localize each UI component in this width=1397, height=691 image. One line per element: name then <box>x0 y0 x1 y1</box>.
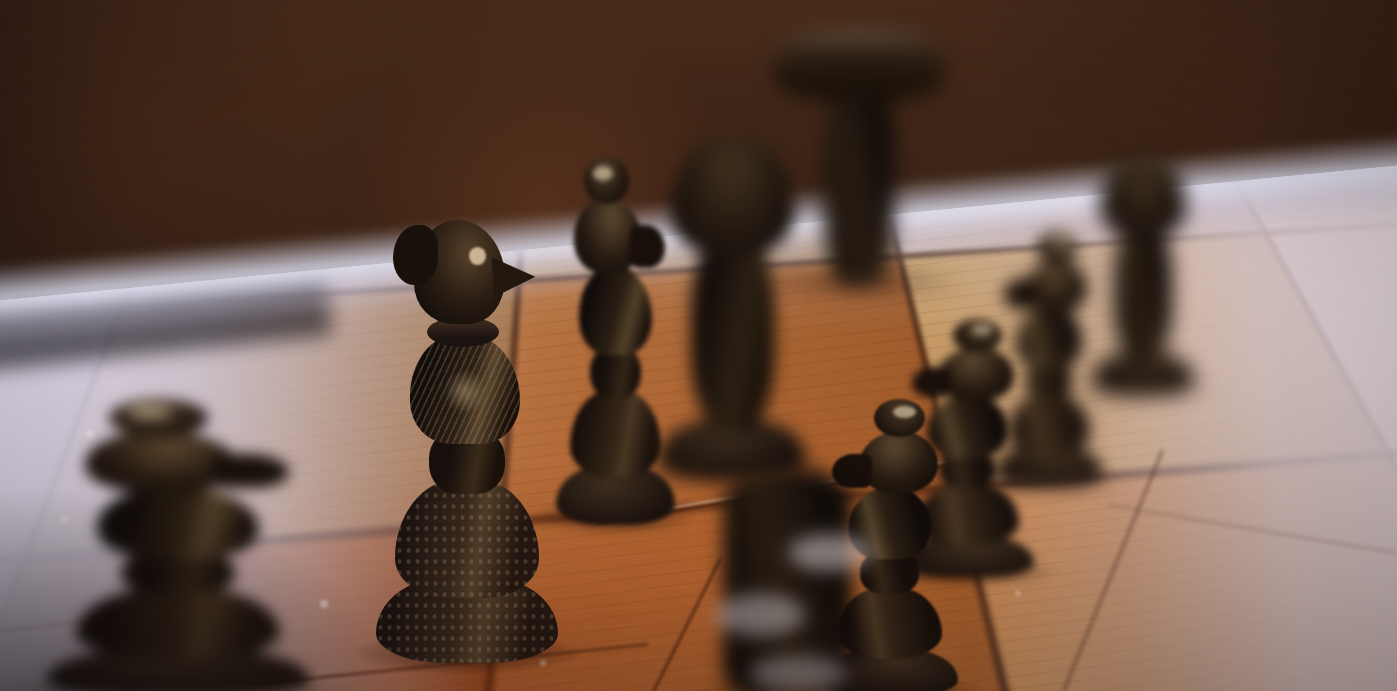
piece-center-king-bust-skirt <box>395 479 539 599</box>
piece-center-king-bust-hl2 <box>444 369 486 414</box>
chess-photo-canvas <box>0 0 1397 691</box>
piece-behind-center-bust-skirt <box>570 389 662 478</box>
piece-foreground-defocused-blotch1 <box>789 534 871 571</box>
piece-left-foreground-bust-topknot <box>109 399 208 437</box>
piece-left-foreground-bust-torso <box>97 487 259 559</box>
piece-back-flattop-body <box>825 72 895 288</box>
piece-right-front-bust-hl1 <box>893 406 916 418</box>
piece-back-left-dome-body <box>691 232 775 432</box>
piece-behind-center-bust <box>548 100 683 525</box>
piece-foreground-defocused-blotch2 <box>715 594 805 635</box>
piece-center-king-bust <box>372 165 562 663</box>
piece-center-king-bust-nose <box>492 255 536 297</box>
piece-left-foreground-bust-skirt <box>76 587 280 659</box>
piece-behind-center-bust-nose2 <box>630 225 665 268</box>
piece-behind-center-bust-topknot <box>584 157 629 204</box>
piece-foreground-defocused-blotch3 <box>750 656 848 691</box>
piece-behind-center-bust-hl1 <box>593 166 613 181</box>
dust-speck-8 <box>1015 590 1021 596</box>
piece-center-king-bust-crest <box>393 225 439 285</box>
piece-right-third-bust-topknot <box>1037 232 1077 264</box>
piece-behind-center-bust-torso <box>579 266 652 355</box>
piece-left-foreground-bust-nose2 <box>211 454 289 489</box>
piece-center-king-bust-hl1 <box>469 247 486 265</box>
piece-right-front-bust-topknot <box>874 399 925 437</box>
piece-left-foreground-bust <box>28 352 328 691</box>
piece-foreground-defocused <box>688 470 883 691</box>
piece-back-left-dome-cap <box>671 136 794 256</box>
piece-right-far-dome-cap <box>1100 154 1185 238</box>
piece-back-flattop-capdisc <box>783 30 937 60</box>
piece-left-foreground-bust-hl1 <box>127 406 172 418</box>
piece-right-third-bust-hl1 <box>1051 238 1069 248</box>
piece-right-far-dome-body <box>1114 221 1173 361</box>
piece-right-second-bust-topknot <box>953 319 1003 352</box>
